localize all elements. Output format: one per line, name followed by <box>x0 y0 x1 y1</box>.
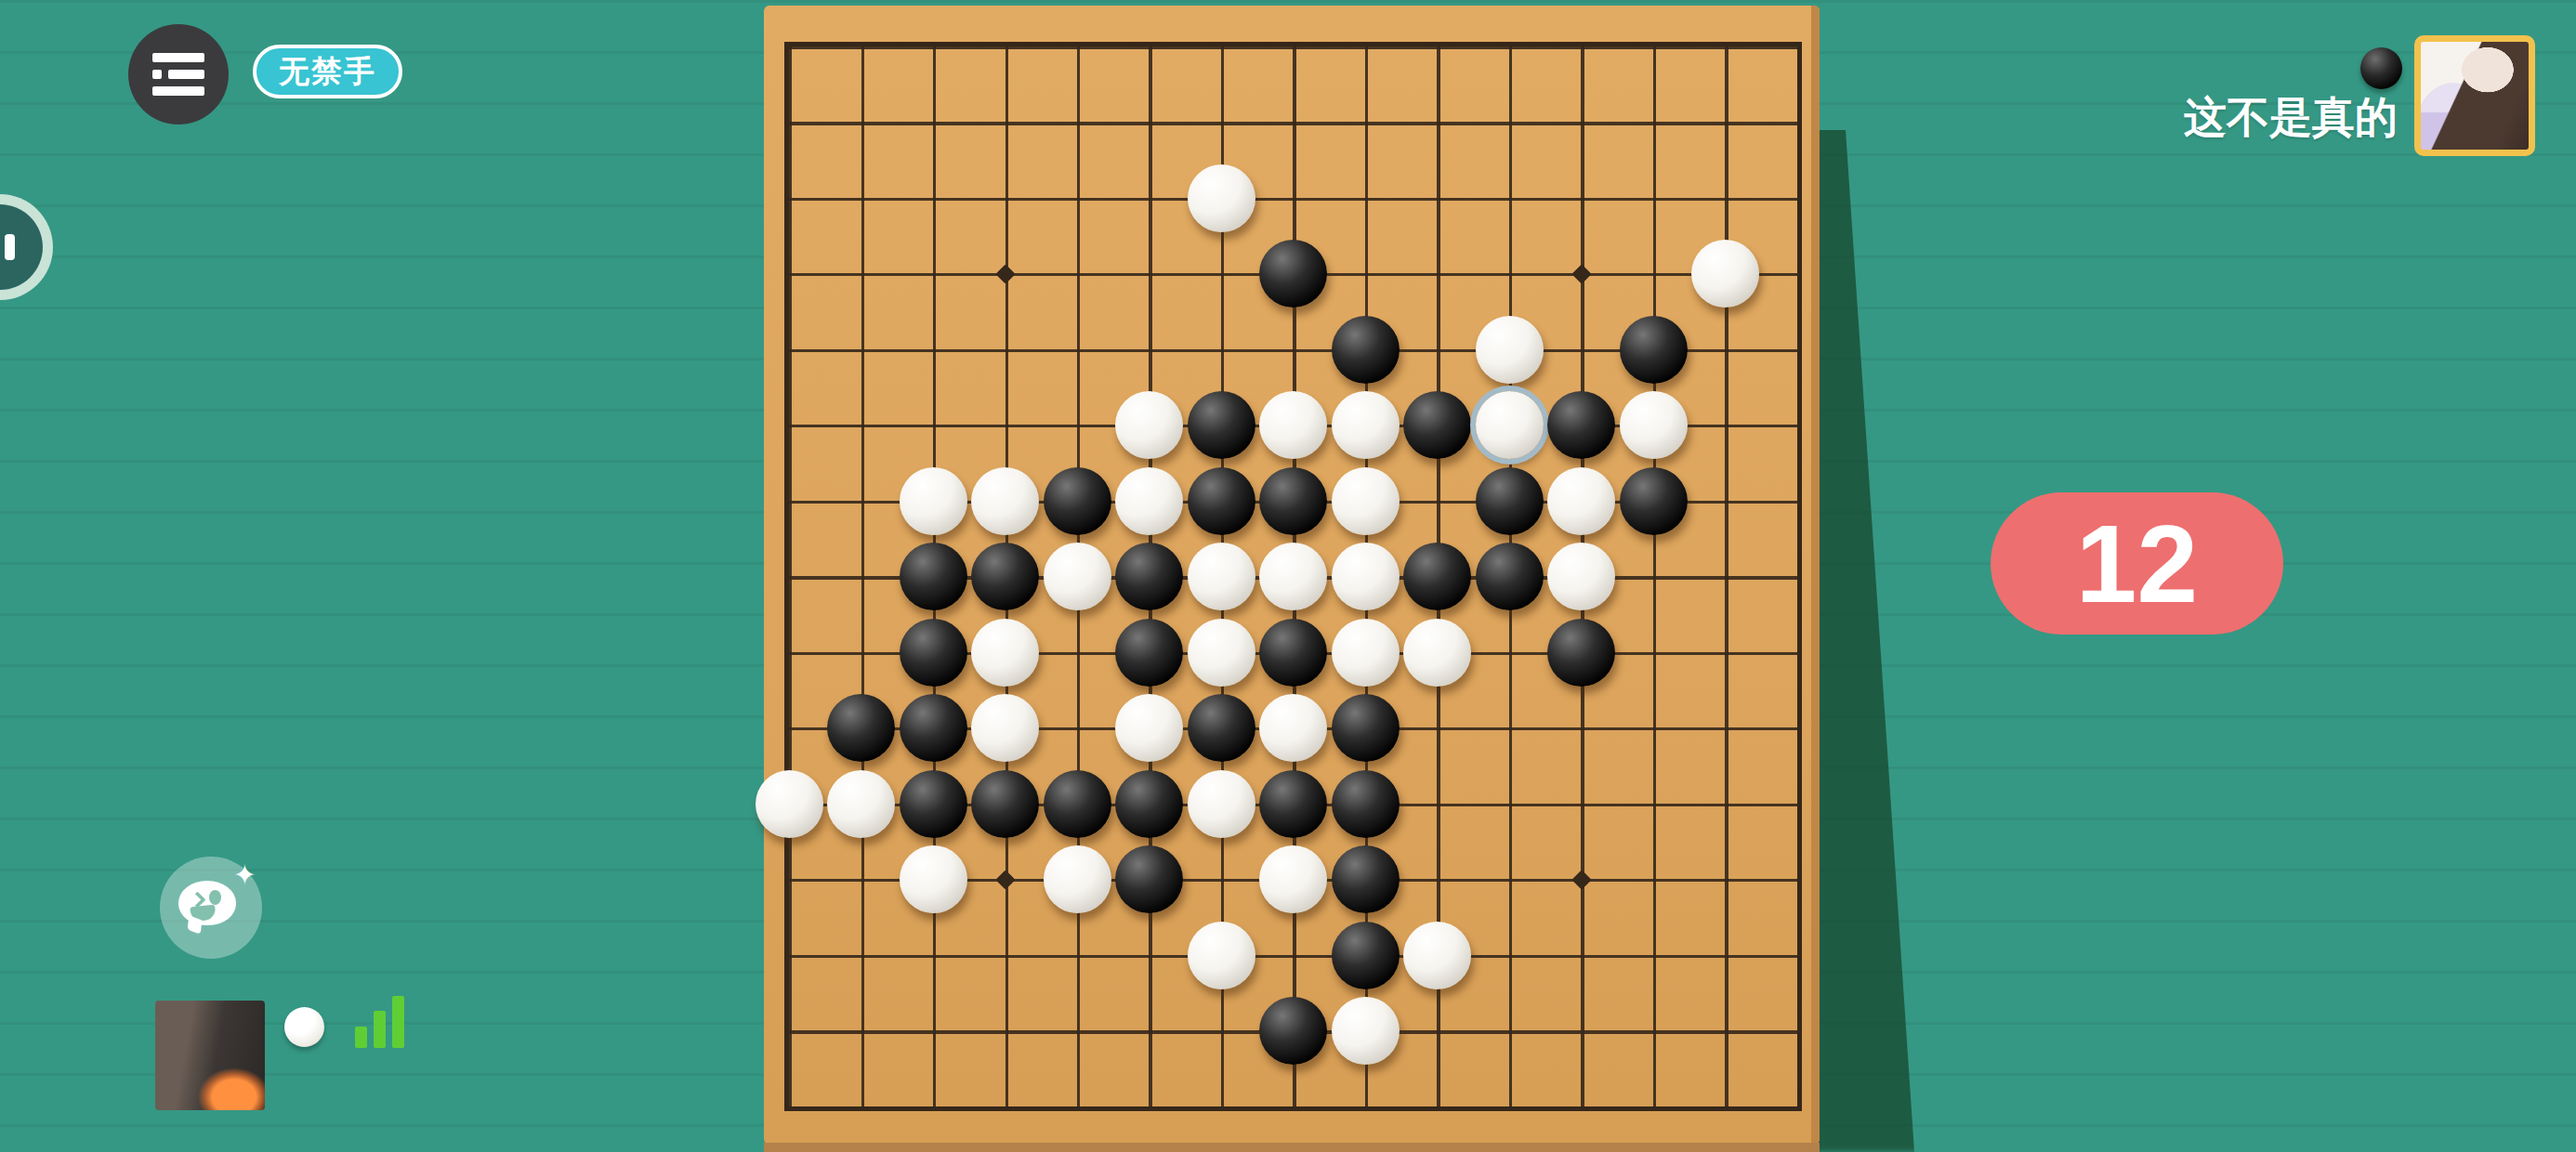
stone-black <box>900 543 967 610</box>
hamburger-menu-icon <box>152 86 204 96</box>
chat-emoji-bubble-icon <box>178 881 236 925</box>
stone-white <box>900 467 967 535</box>
stone-white <box>1188 543 1255 610</box>
stone-black <box>1259 619 1327 687</box>
stone-black <box>1547 391 1615 459</box>
stone-white <box>1188 164 1255 232</box>
stone-white <box>1259 391 1327 459</box>
player-top-avatar[interactable] <box>2414 35 2535 156</box>
stone-white-last-move <box>1476 391 1544 459</box>
stone-black <box>1115 543 1183 610</box>
open-eye-icon <box>209 890 221 905</box>
stone-white <box>1259 694 1327 762</box>
stone-white <box>1332 391 1400 459</box>
stone-white <box>1547 467 1615 535</box>
sparkle-icon: ✦ <box>233 858 256 891</box>
stone-black <box>1332 845 1400 913</box>
move-timer: 12 <box>1991 492 2283 635</box>
stone-white <box>1044 543 1111 610</box>
stone-black <box>900 694 967 762</box>
hamburger-menu-icon <box>152 53 204 62</box>
white-stone-indicator <box>284 1007 324 1047</box>
stone-black <box>1476 543 1544 610</box>
stone-black <box>1259 467 1327 535</box>
stone-black <box>1259 770 1327 838</box>
stone-white <box>1403 619 1471 687</box>
stone-black <box>900 619 967 687</box>
rule-badge: 无禁手 <box>253 45 402 98</box>
stone-white <box>1259 543 1327 610</box>
board-right-edge <box>1811 6 1820 1145</box>
gomoku-game-screen: { "game": "gomoku (five-in-a-row, 五子棋)",… <box>0 0 2576 1152</box>
stone-black <box>1115 845 1183 913</box>
stone-black <box>1259 997 1327 1065</box>
stone-black <box>1332 922 1400 989</box>
stone-white <box>1115 391 1183 459</box>
stone-white <box>827 770 895 838</box>
stone-black <box>1332 694 1400 762</box>
stone-black <box>1115 619 1183 687</box>
stone-black <box>827 694 895 762</box>
stone-black <box>1188 694 1255 762</box>
stone-white <box>971 694 1039 762</box>
stone-white <box>1332 997 1400 1065</box>
stone-black <box>1620 316 1688 384</box>
stone-white <box>1188 619 1255 687</box>
stone-white <box>1259 845 1327 913</box>
player-top-name: 这不是真的 <box>2184 89 2398 147</box>
connection-signal-bars <box>355 996 411 1048</box>
stone-white <box>971 619 1039 687</box>
chat-button[interactable]: ✦ <box>160 857 262 959</box>
stone-white <box>1044 845 1111 913</box>
stone-white <box>1691 240 1759 308</box>
stone-black <box>1403 391 1471 459</box>
stone-black <box>971 543 1039 610</box>
player-bottom-avatar[interactable] <box>155 1001 265 1110</box>
stone-white <box>1332 467 1400 535</box>
stone-white <box>1476 316 1544 384</box>
hamburger-menu-icon <box>152 70 162 79</box>
stone-black <box>1476 467 1544 535</box>
stone-black <box>1188 391 1255 459</box>
stone-black <box>1403 543 1471 610</box>
stone-black <box>900 770 967 838</box>
hamburger-menu-icon <box>168 70 204 79</box>
stone-black <box>1259 240 1327 308</box>
stone-white <box>1332 619 1400 687</box>
stone-white <box>1115 467 1183 535</box>
stone-black <box>971 770 1039 838</box>
stone-black <box>1547 619 1615 687</box>
stone-white <box>756 770 823 838</box>
stone-white <box>971 467 1039 535</box>
stone-white <box>1547 543 1615 610</box>
stone-white <box>1188 922 1255 989</box>
stone-white <box>1188 770 1255 838</box>
gomoku-board[interactable] <box>764 6 1820 1145</box>
stone-black <box>1332 316 1400 384</box>
stone-black <box>1044 770 1111 838</box>
stone-black <box>1188 467 1255 535</box>
board-bottom-edge <box>764 1143 1820 1152</box>
black-stone-indicator <box>2360 47 2402 89</box>
menu-button[interactable] <box>128 24 229 124</box>
stone-black <box>1332 770 1400 838</box>
stone-white <box>1115 694 1183 762</box>
stone-black <box>1044 467 1111 535</box>
stone-white <box>1403 922 1471 989</box>
stone-black <box>1115 770 1183 838</box>
pause-button[interactable] <box>0 194 53 300</box>
stone-black <box>1620 467 1688 535</box>
pause-icon <box>5 234 15 260</box>
stone-white <box>1332 543 1400 610</box>
stone-white <box>900 845 967 913</box>
stone-white <box>1620 391 1688 459</box>
